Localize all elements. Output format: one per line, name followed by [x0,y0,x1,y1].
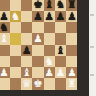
panel-text-smudge [90,46,94,48]
square-c1[interactable] [10,78,21,89]
square-f2[interactable]: ♟ [44,67,55,78]
square-d8[interactable] [21,0,32,11]
square-c4[interactable] [10,45,21,56]
square-h4[interactable] [66,45,77,56]
white-pawn[interactable]: ♟ [44,67,55,78]
square-g1[interactable] [55,78,66,89]
square-d5[interactable] [21,33,32,44]
square-h5[interactable] [66,33,77,44]
square-g2[interactable]: ♟ [55,67,66,78]
black-pawn[interactable]: ♟ [66,11,77,22]
square-e5[interactable]: ♟ [32,33,43,44]
black-pawn[interactable]: ♟ [21,45,32,56]
square-b5[interactable]: ♝ [0,33,10,44]
side-panel [89,0,96,96]
white-pawn[interactable]: ♟ [55,67,66,78]
square-f5[interactable] [44,33,55,44]
square-h1[interactable]: ♜ [66,78,77,89]
square-g7[interactable]: ♟ [55,11,66,22]
square-f7[interactable]: ♟ [44,11,55,22]
chess-board: ♚♝♞♜♟♞♟♟♟♟♞♝♟♟♝♞♟♝♟♟♟♛♚♜ [0,0,78,90]
square-e1[interactable]: ♚ [32,78,43,89]
panel-text-smudge [90,14,94,16]
square-g6[interactable] [55,22,66,33]
white-queen[interactable]: ♛ [21,78,32,89]
page-background-strip [0,90,89,96]
square-d7[interactable] [21,11,32,22]
square-g5[interactable] [55,33,66,44]
square-d6[interactable] [21,22,32,33]
white-king[interactable]: ♚ [32,78,43,89]
square-g4[interactable]: ♝ [55,45,66,56]
panel-text-smudge [90,74,94,76]
square-c3[interactable] [10,56,21,67]
white-pawn[interactable]: ♟ [32,33,43,44]
black-pawn[interactable]: ♟ [55,11,66,22]
square-b2[interactable]: ♟ [0,67,10,78]
square-c2[interactable] [10,67,21,78]
square-h7[interactable]: ♟ [66,11,77,22]
square-h6[interactable] [66,22,77,33]
white-pawn[interactable]: ♟ [0,67,10,78]
white-rook[interactable]: ♜ [66,78,77,89]
square-f1[interactable] [44,78,55,89]
square-b1[interactable] [0,78,10,89]
square-e4[interactable] [32,45,43,56]
white-bishop[interactable]: ♝ [0,33,10,44]
square-e7[interactable]: ♟ [32,11,43,22]
black-pawn[interactable]: ♟ [44,11,55,22]
white-knight[interactable]: ♞ [10,11,21,22]
black-pawn[interactable]: ♟ [32,11,43,22]
square-e3[interactable] [32,56,43,67]
square-d1[interactable]: ♛ [21,78,32,89]
square-c5[interactable] [10,33,21,44]
square-f6[interactable] [44,22,55,33]
square-d4[interactable]: ♟ [21,45,32,56]
black-bishop[interactable]: ♝ [55,45,66,56]
chess-app-viewport: ♚♝♞♜♟♞♟♟♟♟♞♝♟♟♝♞♟♝♟♟♟♛♚♜ [0,0,96,96]
square-c7[interactable]: ♞ [10,11,21,22]
square-c6[interactable] [10,22,21,33]
square-b4[interactable] [0,45,10,56]
